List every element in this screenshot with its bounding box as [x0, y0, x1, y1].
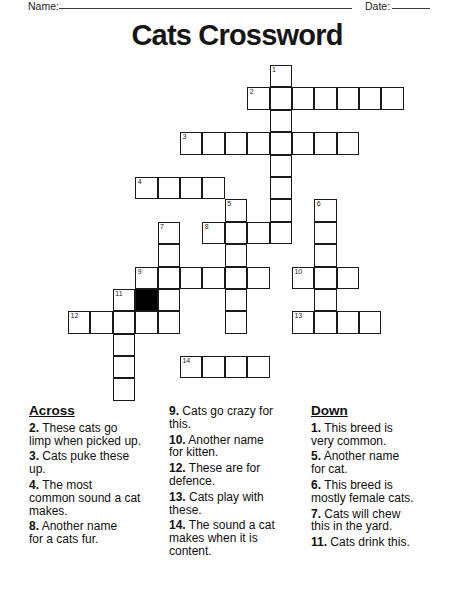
grid-cell-r1c11[interactable] [314, 87, 336, 109]
clue-down-5: 5. Another name for cat. [311, 450, 467, 476]
clue-number: 11. [311, 535, 327, 549]
grid-cell-r3c8[interactable] [247, 132, 269, 154]
grid-cell-r8c11[interactable] [314, 244, 336, 266]
grid-cell-r1c9[interactable] [270, 87, 292, 109]
down-heading: Down [311, 405, 467, 418]
grid-cell-r1c14[interactable] [381, 87, 403, 109]
grid-cell-r9c12[interactable] [337, 267, 359, 289]
cell-number-8: 8 [205, 223, 209, 231]
grid-cell-r11c11[interactable] [314, 311, 336, 333]
grid-cell-r7c7[interactable] [225, 222, 247, 244]
worksheet-page: Name: Date: Cats Crossword 1234567891011… [0, 0, 474, 613]
clue-number: 13. [169, 490, 186, 504]
grid-cell-r7c6[interactable]: 8 [202, 222, 224, 244]
grid-cell-r11c4[interactable] [158, 311, 180, 333]
grid-cell-r1c13[interactable] [359, 87, 381, 109]
grid-cell-r9c8[interactable] [247, 267, 269, 289]
clue-number: 10. [169, 433, 186, 447]
grid-cell-r5c5[interactable] [180, 177, 202, 199]
grid-cell-r14c2[interactable] [113, 378, 135, 400]
clue-across-8: 8. Another name for a cats fur. [29, 520, 169, 546]
clue-number: 7. [311, 507, 321, 521]
grid-cell-r6c7[interactable]: 5 [225, 199, 247, 221]
grid-cell-r7c11[interactable] [314, 222, 336, 244]
grid-cell-r4c9[interactable] [270, 155, 292, 177]
cell-number-9: 9 [138, 268, 142, 276]
grid-cell-r7c9[interactable] [270, 222, 292, 244]
grid-cell-r5c9[interactable] [270, 177, 292, 199]
grid-cell-r6c11[interactable]: 6 [314, 199, 336, 221]
clue-number: 3. [29, 449, 39, 463]
grid-cell-r13c6[interactable] [202, 356, 224, 378]
grid-cell-r3c5[interactable]: 3 [180, 132, 202, 154]
grid-cell-r9c7[interactable] [225, 267, 247, 289]
cell-number-13: 13 [294, 312, 302, 320]
grid-cell-r3c9[interactable] [270, 132, 292, 154]
cell-number-1: 1 [272, 66, 276, 74]
grid-cell-r1c12[interactable] [337, 87, 359, 109]
grid-cell-r9c10[interactable]: 10 [292, 267, 314, 289]
grid-cell-r8c7[interactable] [225, 244, 247, 266]
grid-cell-r10c7[interactable] [225, 289, 247, 311]
cell-number-5: 5 [227, 200, 231, 208]
clue-across-4: 4. The most common sound a cat makes. [29, 479, 169, 517]
crossword-grid: 1234567891011121314 [68, 65, 404, 401]
across-clues-column-1: Across 2. These cats go limp when picked… [29, 405, 169, 549]
name-label: Name: [28, 0, 59, 12]
grid-cell-r13c7[interactable] [225, 356, 247, 378]
date-label: Date: [365, 0, 390, 12]
clue-down-1: 1. This breed is very common. [311, 422, 467, 448]
grid-cell-r7c8[interactable] [247, 222, 269, 244]
grid-cell-r3c12[interactable] [337, 132, 359, 154]
grid-cell-r11c2[interactable] [113, 311, 135, 333]
clue-down-7: 7. Cats will chew this in the yard. [311, 508, 467, 534]
grid-cell-r5c4[interactable] [158, 177, 180, 199]
cell-number-4: 4 [138, 178, 142, 186]
clue-number: 14. [169, 518, 186, 532]
grid-cell-r3c10[interactable] [292, 132, 314, 154]
clue-across-9: 9. Cats go crazy for this. [169, 405, 309, 431]
cell-number-2: 2 [250, 88, 254, 96]
clue-across-12: 12. These are for defence. [169, 462, 309, 488]
cell-number-11: 11 [115, 290, 122, 298]
across-clue-list-2: 9. Cats go crazy for this.10. Another na… [169, 405, 309, 558]
cell-number-6: 6 [317, 200, 321, 208]
across-heading: Across [29, 405, 169, 418]
grid-cell-r1c10[interactable] [292, 87, 314, 109]
grid-cell-r1c8[interactable]: 2 [247, 87, 269, 109]
grid-cell-r10c2[interactable]: 11 [113, 289, 135, 311]
puzzle-title: Cats Crossword [0, 19, 474, 52]
cell-number-10: 10 [294, 268, 302, 276]
grid-cell-r11c3[interactable] [135, 311, 157, 333]
grid-cell-r2c9[interactable] [270, 110, 292, 132]
grid-cell-r11c1[interactable] [90, 311, 112, 333]
grid-cell-r9c4[interactable] [158, 267, 180, 289]
blocked-cell [135, 289, 157, 311]
grid-cell-r9c11[interactable] [314, 267, 336, 289]
grid-cell-r11c0[interactable]: 12 [68, 311, 90, 333]
clue-across-3: 3. Cats puke these up. [29, 450, 169, 476]
across-clue-list-1: 2. These cats go limp when picked up.3. … [29, 422, 169, 546]
cell-number-3: 3 [182, 133, 186, 141]
cell-number-12: 12 [71, 312, 79, 320]
grid-cell-r11c13[interactable] [359, 311, 381, 333]
down-clues-column: Down 1. This breed is very common.5. Ano… [311, 405, 467, 552]
grid-cell-r5c6[interactable] [202, 177, 224, 199]
grid-cell-r13c2[interactable] [113, 356, 135, 378]
grid-cell-r5c3[interactable]: 4 [135, 177, 157, 199]
grid-cell-r11c12[interactable] [337, 311, 359, 333]
grid-cell-r13c5[interactable]: 14 [180, 356, 202, 378]
clue-number: 6. [311, 478, 321, 492]
grid-cell-r6c9[interactable] [270, 199, 292, 221]
cell-number-7: 7 [160, 223, 164, 231]
across-clues-column-2: 9. Cats go crazy for this.10. Another na… [169, 405, 309, 561]
grid-cell-r10c4[interactable] [158, 289, 180, 311]
grid-cell-r7c4[interactable]: 7 [158, 222, 180, 244]
grid-cell-r12c2[interactable] [113, 334, 135, 356]
grid-cell-r0c9[interactable]: 1 [270, 65, 292, 87]
clue-across-14: 14. The sound a cat makes when it is con… [169, 519, 309, 557]
clue-across-2: 2. These cats go limp when picked up. [29, 422, 169, 448]
grid-cell-r9c6[interactable] [202, 267, 224, 289]
grid-cell-r3c6[interactable] [202, 132, 224, 154]
clue-number: 9. [169, 404, 179, 418]
down-clue-list: 1. This breed is very common.5. Another … [311, 422, 467, 549]
clue-number: 12. [169, 461, 186, 475]
grid-cell-r13c8[interactable] [247, 356, 269, 378]
grid-cell-r9c5[interactable] [180, 267, 202, 289]
grid-cell-r8c4[interactable] [158, 244, 180, 266]
grid-cell-r10c11[interactable] [314, 289, 336, 311]
clue-across-13: 13. Cats play with these. [169, 491, 309, 517]
grid-cell-r11c10[interactable]: 13 [292, 311, 314, 333]
cell-number-14: 14 [182, 357, 190, 365]
clue-across-10: 10. Another name for kitten. [169, 434, 309, 460]
grid-cell-r3c7[interactable] [225, 132, 247, 154]
name-blank-line[interactable] [59, 0, 352, 9]
clue-down-6: 6. This breed is mostly female cats. [311, 479, 467, 505]
grid-cell-r3c11[interactable] [314, 132, 336, 154]
clue-number: 1. [311, 421, 321, 435]
clue-number: 8. [29, 519, 39, 533]
clue-number: 2. [29, 421, 39, 435]
grid-cell-r11c7[interactable] [225, 311, 247, 333]
grid-cell-r9c3[interactable]: 9 [135, 267, 157, 289]
date-blank-line[interactable] [392, 0, 430, 9]
clue-down-11: 11. Cats drink this. [311, 536, 467, 549]
clue-number: 5. [311, 449, 321, 463]
clue-number: 4. [29, 478, 39, 492]
